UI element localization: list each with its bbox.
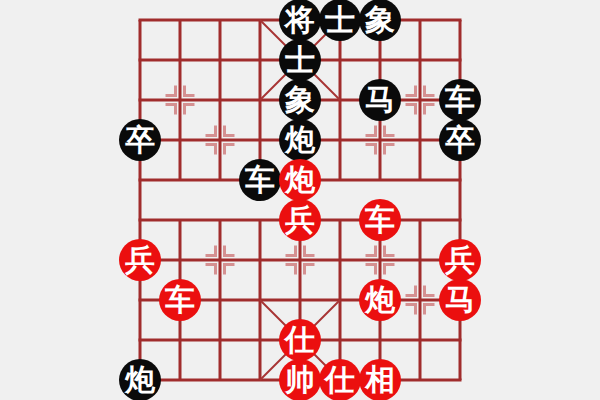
piece-black-cannon[interactable]: 炮 bbox=[119, 359, 161, 400]
piece-red-elephant[interactable]: 相 bbox=[359, 359, 401, 400]
piece-black-horse[interactable]: 马 bbox=[359, 79, 401, 121]
piece-red-advisor[interactable]: 仕 bbox=[279, 319, 321, 361]
piece-black-soldier[interactable]: 卒 bbox=[439, 119, 481, 161]
piece-black-elephant[interactable]: 象 bbox=[359, 0, 401, 41]
piece-red-soldier[interactable]: 兵 bbox=[119, 239, 161, 281]
piece-black-cannon[interactable]: 炮 bbox=[279, 119, 321, 161]
piece-red-cannon[interactable]: 炮 bbox=[279, 159, 321, 201]
piece-black-advisor[interactable]: 士 bbox=[319, 0, 361, 41]
piece-red-advisor[interactable]: 仕 bbox=[319, 359, 361, 400]
piece-black-chariot[interactable]: 车 bbox=[439, 79, 481, 121]
piece-black-chariot[interactable]: 车 bbox=[239, 159, 281, 201]
piece-red-cannon[interactable]: 炮 bbox=[359, 279, 401, 321]
piece-red-general[interactable]: 帅 bbox=[279, 359, 321, 400]
piece-black-soldier[interactable]: 卒 bbox=[119, 119, 161, 161]
piece-black-elephant[interactable]: 象 bbox=[279, 79, 321, 121]
piece-red-soldier[interactable]: 兵 bbox=[279, 199, 321, 241]
piece-red-chariot[interactable]: 车 bbox=[359, 199, 401, 241]
piece-black-advisor[interactable]: 士 bbox=[279, 39, 321, 81]
piece-black-general[interactable]: 将 bbox=[279, 0, 321, 41]
piece-red-soldier[interactable]: 兵 bbox=[439, 239, 481, 281]
piece-red-chariot[interactable]: 车 bbox=[159, 279, 201, 321]
piece-red-horse[interactable]: 马 bbox=[439, 279, 481, 321]
xiangqi-board: 将士象士象马车卒炮卒车炮兵车兵兵车炮马仕炮帅仕相 bbox=[0, 0, 600, 400]
